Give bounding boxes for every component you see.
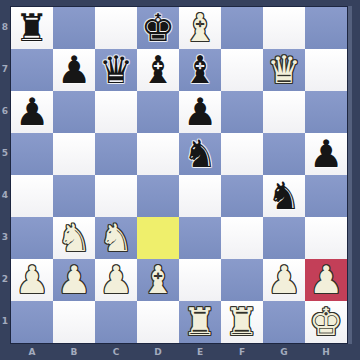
piece-white-pawn-b2[interactable]: ♟	[53, 259, 95, 301]
square-d7[interactable]: ♝	[137, 49, 179, 91]
square-e6[interactable]: ♟	[179, 91, 221, 133]
square-d4[interactable]	[137, 175, 179, 217]
square-f7[interactable]	[221, 49, 263, 91]
piece-white-pawn-g2[interactable]: ♟	[263, 259, 305, 301]
piece-black-queen-c7[interactable]: ♛	[95, 49, 137, 91]
piece-white-bishop-e8[interactable]: ♝	[179, 7, 221, 49]
square-h8[interactable]	[305, 7, 347, 49]
square-d5[interactable]	[137, 133, 179, 175]
file-label-e: E	[179, 346, 221, 359]
file-label-h: H	[305, 346, 347, 359]
square-g8[interactable]	[263, 7, 305, 49]
square-h1[interactable]: ♚	[305, 301, 347, 343]
piece-black-king-d8[interactable]: ♚	[137, 7, 179, 49]
piece-black-bishop-d7[interactable]: ♝	[137, 49, 179, 91]
rank-label-7: 7	[0, 48, 10, 90]
square-e5[interactable]: ♞	[179, 133, 221, 175]
piece-black-knight-g4[interactable]: ♞	[263, 175, 305, 217]
square-g5[interactable]	[263, 133, 305, 175]
square-b6[interactable]	[53, 91, 95, 133]
file-label-d: D	[137, 346, 179, 359]
square-c2[interactable]: ♟	[95, 259, 137, 301]
square-e3[interactable]	[179, 217, 221, 259]
square-f8[interactable]	[221, 7, 263, 49]
square-h5[interactable]: ♟	[305, 133, 347, 175]
piece-white-pawn-h2[interactable]: ♟	[305, 259, 347, 301]
square-f5[interactable]	[221, 133, 263, 175]
piece-white-bishop-d2[interactable]: ♝	[137, 259, 179, 301]
rank-label-3: 3	[0, 216, 10, 258]
square-g6[interactable]	[263, 91, 305, 133]
square-b5[interactable]	[53, 133, 95, 175]
square-a4[interactable]	[11, 175, 53, 217]
rank-label-2: 2	[0, 258, 10, 300]
square-d2[interactable]: ♝	[137, 259, 179, 301]
file-label-f: F	[221, 346, 263, 359]
file-label-b: B	[53, 346, 95, 359]
piece-white-pawn-c2[interactable]: ♟	[95, 259, 137, 301]
piece-white-knight-b3[interactable]: ♞	[53, 217, 95, 259]
piece-black-pawn-b7[interactable]: ♟	[53, 49, 95, 91]
square-h3[interactable]	[305, 217, 347, 259]
square-d1[interactable]	[137, 301, 179, 343]
square-b7[interactable]: ♟	[53, 49, 95, 91]
file-label-a: A	[11, 346, 53, 359]
piece-black-pawn-h5[interactable]: ♟	[305, 133, 347, 175]
piece-black-bishop-e7[interactable]: ♝	[179, 49, 221, 91]
square-d8[interactable]: ♚	[137, 7, 179, 49]
rank-label-1: 1	[0, 300, 10, 342]
square-a7[interactable]	[11, 49, 53, 91]
square-a6[interactable]: ♟	[11, 91, 53, 133]
square-c5[interactable]	[95, 133, 137, 175]
square-e8[interactable]: ♝	[179, 7, 221, 49]
square-e2[interactable]	[179, 259, 221, 301]
square-f3[interactable]	[221, 217, 263, 259]
square-h2-red-highlight[interactable]: ♟	[305, 259, 347, 301]
rank-label-5: 5	[0, 132, 10, 174]
square-h7[interactable]	[305, 49, 347, 91]
square-c7[interactable]: ♛	[95, 49, 137, 91]
square-g7[interactable]: ♛	[263, 49, 305, 91]
square-a8[interactable]: ♜	[11, 7, 53, 49]
piece-black-pawn-a6[interactable]: ♟	[11, 91, 53, 133]
square-h6[interactable]	[305, 91, 347, 133]
chess-board: ♜♚♝♟♛♝♝♛♟♟♞♟♞♞♞♟♟♟♝♟♟♜♜♚	[10, 6, 348, 344]
square-b8[interactable]	[53, 7, 95, 49]
piece-black-pawn-e6[interactable]: ♟	[179, 91, 221, 133]
square-g4[interactable]: ♞	[263, 175, 305, 217]
square-b4[interactable]	[53, 175, 95, 217]
piece-black-rook-a8[interactable]: ♜	[11, 7, 53, 49]
square-g2[interactable]: ♟	[263, 259, 305, 301]
square-b3[interactable]: ♞	[53, 217, 95, 259]
square-e4[interactable]	[179, 175, 221, 217]
square-g3[interactable]	[263, 217, 305, 259]
square-a1[interactable]	[11, 301, 53, 343]
chess-app-window: { "game": "chess", "position": { "fen": …	[0, 0, 360, 360]
piece-white-king-h1[interactable]: ♚	[305, 301, 347, 343]
piece-white-rook-e1[interactable]: ♜	[179, 301, 221, 343]
square-e1[interactable]: ♜	[179, 301, 221, 343]
rank-label-6: 6	[0, 90, 10, 132]
square-g1[interactable]	[263, 301, 305, 343]
square-e7[interactable]: ♝	[179, 49, 221, 91]
square-c4[interactable]	[95, 175, 137, 217]
square-a3[interactable]	[11, 217, 53, 259]
square-f2[interactable]	[221, 259, 263, 301]
square-f1[interactable]: ♜	[221, 301, 263, 343]
piece-white-pawn-a2[interactable]: ♟	[11, 259, 53, 301]
piece-white-queen-g7[interactable]: ♛	[263, 49, 305, 91]
square-f6[interactable]	[221, 91, 263, 133]
square-b1[interactable]	[53, 301, 95, 343]
square-c6[interactable]	[95, 91, 137, 133]
square-c1[interactable]	[95, 301, 137, 343]
square-a2[interactable]: ♟	[11, 259, 53, 301]
square-c3[interactable]: ♞	[95, 217, 137, 259]
square-h4[interactable]	[305, 175, 347, 217]
square-c8[interactable]	[95, 7, 137, 49]
rank-label-8: 8	[0, 6, 10, 48]
rank-label-4: 4	[0, 174, 10, 216]
square-d6[interactable]	[137, 91, 179, 133]
file-label-g: G	[263, 346, 305, 359]
file-label-c: C	[95, 346, 137, 359]
piece-white-rook-f1[interactable]: ♜	[221, 301, 263, 343]
square-a5[interactable]	[11, 133, 53, 175]
square-d3-yellow-highlight[interactable]	[137, 217, 179, 259]
piece-white-knight-c3[interactable]: ♞	[95, 217, 137, 259]
square-b2[interactable]: ♟	[53, 259, 95, 301]
square-f4[interactable]	[221, 175, 263, 217]
piece-black-knight-e5[interactable]: ♞	[179, 133, 221, 175]
